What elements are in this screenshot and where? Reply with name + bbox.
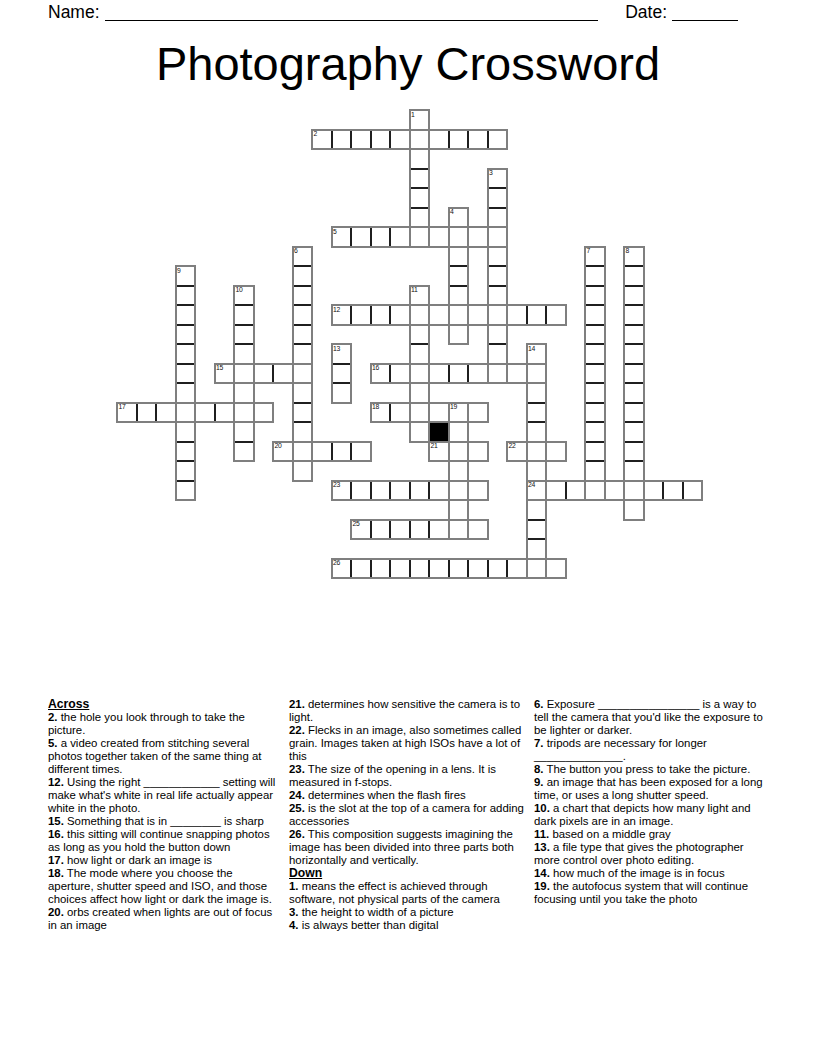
worksheet-page: Name: Date: Photography Crossword 251215… bbox=[0, 0, 816, 1056]
grid-cell-r21c17[interactable] bbox=[449, 520, 469, 540]
clue-down-6: 6. Exposure ________________ is a way to… bbox=[534, 698, 770, 737]
grid-cell-r12c9[interactable] bbox=[293, 344, 313, 364]
grid-cell-r19c24[interactable] bbox=[585, 481, 605, 501]
grid-cell-r15c4[interactable] bbox=[195, 403, 215, 423]
grid-cell-r4c15[interactable] bbox=[410, 188, 430, 208]
grid-cell-r1c14[interactable] bbox=[390, 130, 410, 150]
grid-cell-r9c24[interactable] bbox=[585, 286, 605, 306]
grid-cell-r13c18[interactable] bbox=[468, 364, 488, 384]
grid-cell-r15c3[interactable] bbox=[176, 403, 196, 423]
grid-cell-r11c6[interactable] bbox=[234, 325, 254, 345]
grid-cell-r21c18[interactable] bbox=[468, 520, 488, 540]
grid-cell-r21c13[interactable] bbox=[371, 520, 391, 540]
grid-cell-r23c13[interactable] bbox=[371, 559, 391, 579]
grid-cell-r23c17[interactable] bbox=[449, 559, 469, 579]
grid-cell-r13c21[interactable] bbox=[527, 364, 547, 384]
grid-cell-r19c13[interactable] bbox=[371, 481, 391, 501]
grid-cell-r6c18[interactable] bbox=[468, 227, 488, 247]
grid-cell-r19c18[interactable] bbox=[468, 481, 488, 501]
name-date-row: Name: Date: bbox=[48, 2, 738, 23]
grid-cell-r15c15[interactable] bbox=[410, 403, 430, 423]
clue-down-14: 14. how much of the image is in focus bbox=[534, 867, 770, 880]
grid-cell-r12c6[interactable] bbox=[234, 344, 254, 364]
grid-cell-r11c17[interactable] bbox=[449, 325, 469, 345]
grid-cell-r21c12[interactable] bbox=[351, 520, 371, 540]
grid-cell-r17c22[interactable] bbox=[546, 442, 566, 462]
grid-cell-r20c17[interactable] bbox=[449, 500, 469, 520]
grid-cell-r13c14[interactable] bbox=[390, 364, 410, 384]
grid-cell-r9c17[interactable] bbox=[449, 286, 469, 306]
grid-cell-r20c21[interactable] bbox=[527, 500, 547, 520]
grid-cell-r11c9[interactable] bbox=[293, 325, 313, 345]
grid-cell-r16c26[interactable] bbox=[624, 422, 644, 442]
grid-cell-r23c20[interactable] bbox=[507, 559, 527, 579]
grid-cell-r13c6[interactable] bbox=[234, 364, 254, 384]
grid-cell-r14c21[interactable] bbox=[527, 383, 547, 403]
grid-cell-r6c17[interactable] bbox=[449, 227, 469, 247]
grid-cell-r15c6[interactable] bbox=[234, 403, 254, 423]
grid-cell-r17c11[interactable] bbox=[332, 442, 352, 462]
grid-cell-r3c15[interactable] bbox=[410, 169, 430, 189]
clue-across-5: 5. a video created from stitching severa… bbox=[48, 737, 281, 776]
grid-cell-r21c15[interactable] bbox=[410, 520, 430, 540]
grid-cell-r12c15[interactable] bbox=[410, 344, 430, 364]
grid-cell-r8c17[interactable] bbox=[449, 266, 469, 286]
clue-down-10: 10. a chart that depicts how many light … bbox=[534, 802, 770, 828]
clue-across-26: 26. This composition suggests imagining … bbox=[289, 828, 526, 867]
grid-cell-r9c15[interactable] bbox=[410, 286, 430, 306]
grid-cell-r15c0[interactable] bbox=[117, 403, 137, 423]
grid-cell-r12c3[interactable] bbox=[176, 344, 196, 364]
grid-cell-r23c18[interactable] bbox=[468, 559, 488, 579]
grid-cell-r19c29[interactable] bbox=[683, 481, 703, 501]
clue-across-23: 23. The size of the opening in a lens. I… bbox=[289, 763, 526, 789]
grid-cell-r13c19[interactable] bbox=[488, 364, 508, 384]
grid-cell-r23c21[interactable] bbox=[527, 559, 547, 579]
grid-cell-r13c3[interactable] bbox=[176, 364, 196, 384]
grid-cell-r16c3[interactable] bbox=[176, 422, 196, 442]
grid-cell-r19c21[interactable] bbox=[527, 481, 547, 501]
grid-cell-r17c9[interactable] bbox=[293, 442, 313, 462]
name-label: Name: bbox=[48, 2, 100, 23]
grid-cell-r19c25[interactable] bbox=[605, 481, 625, 501]
grid-cell-r6c16[interactable] bbox=[429, 227, 449, 247]
grid-cell-r15c13[interactable] bbox=[371, 403, 391, 423]
grid-cell-r5c15[interactable] bbox=[410, 208, 430, 228]
grid-cell-r1c12[interactable] bbox=[351, 130, 371, 150]
grid-cell-r11c26[interactable] bbox=[624, 325, 644, 345]
grid-cell-r6c15[interactable] bbox=[410, 227, 430, 247]
grid-cell-r6c14[interactable] bbox=[390, 227, 410, 247]
grid-cell-r13c8[interactable] bbox=[273, 364, 293, 384]
grid-cell-r13c24[interactable] bbox=[585, 364, 605, 384]
grid-cell-r8c19[interactable] bbox=[488, 266, 508, 286]
grid-cell-r10c14[interactable] bbox=[390, 305, 410, 325]
clue-across-21: 21. determines how sensitive the camera … bbox=[289, 698, 526, 724]
grid-cell-r1c15[interactable] bbox=[410, 130, 430, 150]
grid-cell-r10c24[interactable] bbox=[585, 305, 605, 325]
clue-down-8: 8. The button you press to take the pict… bbox=[534, 763, 770, 776]
grid-cell-r2c15[interactable] bbox=[410, 149, 430, 169]
page-title: Photography Crossword bbox=[0, 38, 816, 91]
grid-cell-r13c20[interactable] bbox=[507, 364, 527, 384]
grid-cell-r13c16[interactable] bbox=[429, 364, 449, 384]
grid-cell-r17c17[interactable] bbox=[449, 442, 469, 462]
grid-cell-r15c24[interactable] bbox=[585, 403, 605, 423]
grid-cell-r22c21[interactable] bbox=[527, 539, 547, 559]
grid-cell-r18c3[interactable] bbox=[176, 461, 196, 481]
grid-cell-r11c3[interactable] bbox=[176, 325, 196, 345]
crossword-grid: 2512151617182021222324252613467891011131… bbox=[117, 110, 703, 579]
grid-cell-r10c26[interactable] bbox=[624, 305, 644, 325]
grid-cell-r13c15[interactable] bbox=[410, 364, 430, 384]
grid-cell-r6c19[interactable] bbox=[488, 227, 508, 247]
grid-cell-r6c11[interactable] bbox=[332, 227, 352, 247]
grid-cell-r16c24[interactable] bbox=[585, 422, 605, 442]
grid-cell-r15c16[interactable] bbox=[429, 403, 449, 423]
grid-cell-r1c18[interactable] bbox=[468, 130, 488, 150]
grid-cell-r17c3[interactable] bbox=[176, 442, 196, 462]
grid-cell-r19c27[interactable] bbox=[644, 481, 664, 501]
grid-cell-r13c26[interactable] bbox=[624, 364, 644, 384]
grid-cell-r14c3[interactable] bbox=[176, 383, 196, 403]
grid-cell-r15c9[interactable] bbox=[293, 403, 313, 423]
grid-cell-r15c21[interactable] bbox=[527, 403, 547, 423]
grid-cell-r23c22[interactable] bbox=[546, 559, 566, 579]
grid-cell-r14c6[interactable] bbox=[234, 383, 254, 403]
grid-cell-r16c6[interactable] bbox=[234, 422, 254, 442]
grid-cell-r13c5[interactable] bbox=[215, 364, 235, 384]
grid-cell-r8c24[interactable] bbox=[585, 266, 605, 286]
grid-cell-r10c12[interactable] bbox=[351, 305, 371, 325]
clue-down-4: 4. is always better than digital bbox=[289, 919, 526, 932]
grid-cell-r19c16[interactable] bbox=[429, 481, 449, 501]
grid-cell-r6c13[interactable] bbox=[371, 227, 391, 247]
grid-cell-r8c26[interactable] bbox=[624, 266, 644, 286]
grid-cell-r16c21[interactable] bbox=[527, 422, 547, 442]
grid-cell-r20c26[interactable] bbox=[624, 500, 644, 520]
grid-cell-r5c19[interactable] bbox=[488, 208, 508, 228]
clues-column-2: 21. determines how sensitive the camera … bbox=[289, 698, 526, 932]
grid-cell-r10c19[interactable] bbox=[488, 305, 508, 325]
grid-cell-r14c24[interactable] bbox=[585, 383, 605, 403]
grid-cell-r19c3[interactable] bbox=[176, 481, 196, 501]
black-cell-r16c16 bbox=[429, 422, 449, 442]
grid-cell-r13c11[interactable] bbox=[332, 364, 352, 384]
grid-cell-r23c19[interactable] bbox=[488, 559, 508, 579]
grid-cell-r1c11[interactable] bbox=[332, 130, 352, 150]
clue-across-20: 20. orbs created when lights are out of … bbox=[48, 906, 281, 932]
grid-cell-r17c18[interactable] bbox=[468, 442, 488, 462]
grid-cell-r19c14[interactable] bbox=[390, 481, 410, 501]
clues-column-3: 6. Exposure ________________ is a way to… bbox=[534, 698, 770, 906]
grid-cell-r17c10[interactable] bbox=[312, 442, 332, 462]
grid-cell-r15c18[interactable] bbox=[468, 403, 488, 423]
date-fill-line bbox=[672, 18, 738, 21]
grid-cell-r9c3[interactable] bbox=[176, 286, 196, 306]
grid-cell-r10c3[interactable] bbox=[176, 305, 196, 325]
name-fill-line bbox=[105, 18, 599, 21]
grid-cell-r7c24[interactable] bbox=[585, 247, 605, 267]
clue-across-25: 25. is the slot at the top of a camera f… bbox=[289, 802, 526, 828]
grid-cell-r15c2[interactable] bbox=[156, 403, 176, 423]
grid-cell-r21c14[interactable] bbox=[390, 520, 410, 540]
grid-cell-r15c7[interactable] bbox=[254, 403, 274, 423]
grid-cell-r15c5[interactable] bbox=[215, 403, 235, 423]
grid-cell-r10c15[interactable] bbox=[410, 305, 430, 325]
grid-cell-r19c17[interactable] bbox=[449, 481, 469, 501]
grid-cell-r15c1[interactable] bbox=[137, 403, 157, 423]
grid-cell-r13c9[interactable] bbox=[293, 364, 313, 384]
grid-cell-r10c17[interactable] bbox=[449, 305, 469, 325]
clue-down-1: 1. means the effect is achieved through … bbox=[289, 880, 526, 906]
grid-cell-r1c17[interactable] bbox=[449, 130, 469, 150]
grid-cell-r17c6[interactable] bbox=[234, 442, 254, 462]
grid-cell-r14c9[interactable] bbox=[293, 383, 313, 403]
grid-cell-r10c20[interactable] bbox=[507, 305, 527, 325]
date-label: Date: bbox=[625, 2, 667, 23]
grid-cell-r10c9[interactable] bbox=[293, 305, 313, 325]
grid-cell-r21c16[interactable] bbox=[429, 520, 449, 540]
clue-down-7: 7. tripods are necessary for longer ____… bbox=[534, 737, 770, 763]
grid-cell-r23c11[interactable] bbox=[332, 559, 352, 579]
grid-cell-r8c3[interactable] bbox=[176, 266, 196, 286]
grid-cell-r21c21[interactable] bbox=[527, 520, 547, 540]
grid-cell-r18c17[interactable] bbox=[449, 461, 469, 481]
grid-cell-r1c16[interactable] bbox=[429, 130, 449, 150]
grid-cell-r15c14[interactable] bbox=[390, 403, 410, 423]
clues-column-1: Across2. the hole you look through to ta… bbox=[48, 698, 281, 932]
clue-down-11: 11. based on a middle gray bbox=[534, 828, 770, 841]
grid-cell-r13c7[interactable] bbox=[254, 364, 274, 384]
grid-cell-r7c17[interactable] bbox=[449, 247, 469, 267]
grid-cell-r17c20[interactable] bbox=[507, 442, 527, 462]
grid-cell-r9c26[interactable] bbox=[624, 286, 644, 306]
clues-across-header: Across bbox=[48, 698, 281, 711]
grid-cell-r15c17[interactable] bbox=[449, 403, 469, 423]
grid-cell-r9c9[interactable] bbox=[293, 286, 313, 306]
grid-cell-r16c9[interactable] bbox=[293, 422, 313, 442]
grid-cell-r12c21[interactable] bbox=[527, 344, 547, 364]
grid-cell-r7c9[interactable] bbox=[293, 247, 313, 267]
clue-across-22: 22. Flecks in an image, also sometimes c… bbox=[289, 724, 526, 763]
grid-cell-r14c26[interactable] bbox=[624, 383, 644, 403]
grid-cell-r10c22[interactable] bbox=[546, 305, 566, 325]
grid-cell-r5c17[interactable] bbox=[449, 208, 469, 228]
clue-across-2: 2. the hole you look through to take the… bbox=[48, 711, 281, 737]
grid-cell-r15c26[interactable] bbox=[624, 403, 644, 423]
grid-cell-r11c15[interactable] bbox=[410, 325, 430, 345]
clue-across-24: 24. determines when the flash fires bbox=[289, 789, 526, 802]
clue-down-13: 13. a file type that gives the photograp… bbox=[534, 841, 770, 867]
grid-cell-r17c24[interactable] bbox=[585, 442, 605, 462]
grid-cell-r13c17[interactable] bbox=[449, 364, 469, 384]
grid-cell-r1c13[interactable] bbox=[371, 130, 391, 150]
grid-cell-r14c11[interactable] bbox=[332, 383, 352, 403]
grid-cell-r16c15[interactable] bbox=[410, 422, 430, 442]
grid-cell-r19c28[interactable] bbox=[663, 481, 683, 501]
clue-down-3: 3. the height to width of a picture bbox=[289, 906, 526, 919]
grid-cell-r10c13[interactable] bbox=[371, 305, 391, 325]
grid-cell-r19c23[interactable] bbox=[566, 481, 586, 501]
grid-cell-r11c24[interactable] bbox=[585, 325, 605, 345]
grid-cell-r23c14[interactable] bbox=[390, 559, 410, 579]
grid-cell-r18c21[interactable] bbox=[527, 461, 547, 481]
grid-cell-r17c8[interactable] bbox=[273, 442, 293, 462]
grid-cell-r7c26[interactable] bbox=[624, 247, 644, 267]
clue-across-15: 15. Something that is in ________ is sha… bbox=[48, 815, 281, 828]
grid-cell-r23c15[interactable] bbox=[410, 559, 430, 579]
grid-cell-r10c6[interactable] bbox=[234, 305, 254, 325]
grid-cell-r18c26[interactable] bbox=[624, 461, 644, 481]
clue-down-9: 9. an image that has been exposed for a … bbox=[534, 776, 770, 802]
grid-cell-r12c24[interactable] bbox=[585, 344, 605, 364]
grid-cell-r11c19[interactable] bbox=[488, 325, 508, 345]
grid-cell-r19c12[interactable] bbox=[351, 481, 371, 501]
grid-cell-r10c16[interactable] bbox=[429, 305, 449, 325]
grid-cell-r9c19[interactable] bbox=[488, 286, 508, 306]
grid-cell-r17c16[interactable] bbox=[429, 442, 449, 462]
grid-cell-r0c15[interactable] bbox=[410, 110, 430, 130]
grid-cell-r14c15[interactable] bbox=[410, 383, 430, 403]
grid-cell-r9c6[interactable] bbox=[234, 286, 254, 306]
grid-cell-r10c21[interactable] bbox=[527, 305, 547, 325]
clue-across-16: 16. this sitting will continue snapping … bbox=[48, 828, 281, 854]
grid-cell-r10c11[interactable] bbox=[332, 305, 352, 325]
grid-cell-r1c19[interactable] bbox=[488, 130, 508, 150]
grid-cell-r23c16[interactable] bbox=[429, 559, 449, 579]
grid-cell-r19c11[interactable] bbox=[332, 481, 352, 501]
grid-cell-r8c9[interactable] bbox=[293, 266, 313, 286]
grid-cell-r4c19[interactable] bbox=[488, 188, 508, 208]
grid-cell-r19c15[interactable] bbox=[410, 481, 430, 501]
grid-cell-r10c18[interactable] bbox=[468, 305, 488, 325]
clues-down-header: Down bbox=[289, 867, 526, 880]
clue-across-12: 12. Using the right ____________ setting… bbox=[48, 776, 281, 815]
grid-cell-r1c10[interactable] bbox=[312, 130, 332, 150]
clue-across-18: 18. The mode where you choose the apertu… bbox=[48, 867, 281, 906]
grid-cell-r18c9[interactable] bbox=[293, 461, 313, 481]
clue-across-17: 17. how light or dark an image is bbox=[48, 854, 281, 867]
clue-down-19: 19. the autofocus system that will conti… bbox=[534, 880, 770, 906]
grid-cell-r18c24[interactable] bbox=[585, 461, 605, 481]
grid-cell-r13c13[interactable] bbox=[371, 364, 391, 384]
grid-cell-r19c22[interactable] bbox=[546, 481, 566, 501]
grid-cell-r23c12[interactable] bbox=[351, 559, 371, 579]
grid-cell-r3c19[interactable] bbox=[488, 169, 508, 189]
grid-cell-r19c26[interactable] bbox=[624, 481, 644, 501]
grid-cell-r12c19[interactable] bbox=[488, 344, 508, 364]
grid-cell-r16c17[interactable] bbox=[449, 422, 469, 442]
grid-cell-r7c19[interactable] bbox=[488, 247, 508, 267]
grid-cell-r17c21[interactable] bbox=[527, 442, 547, 462]
grid-cell-r6c12[interactable] bbox=[351, 227, 371, 247]
grid-cell-r17c26[interactable] bbox=[624, 442, 644, 462]
grid-cell-r17c12[interactable] bbox=[351, 442, 371, 462]
grid-cell-r12c11[interactable] bbox=[332, 344, 352, 364]
grid-cell-r12c26[interactable] bbox=[624, 344, 644, 364]
